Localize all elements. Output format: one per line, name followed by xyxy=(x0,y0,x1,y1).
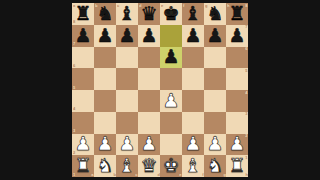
black-pawn[interactable]: ♟ xyxy=(162,47,179,66)
square-c8[interactable]: ♝c xyxy=(116,3,138,25)
square-c7[interactable]: ♟ xyxy=(116,25,138,47)
square-d7[interactable]: ♟ xyxy=(138,25,160,47)
white-pawn[interactable]: ♟ xyxy=(74,134,91,153)
black-queen[interactable]: ♛ xyxy=(140,4,157,23)
square-h6[interactable]: 6 xyxy=(226,47,248,69)
black-pawn[interactable]: ♟ xyxy=(206,26,223,45)
black-knight[interactable]: ♞ xyxy=(96,4,113,23)
square-d4[interactable] xyxy=(138,90,160,112)
white-rook[interactable]: ♜ xyxy=(228,156,245,175)
square-e2[interactable] xyxy=(160,134,182,156)
square-a3[interactable]: 3 xyxy=(72,112,94,134)
letterbox-background: ♜8a♞b♝c♛d♚e♝f♞g♜8h♟7♟♟♟♟♟♟76♟6554♟433♟2♟… xyxy=(0,0,320,180)
black-pawn[interactable]: ♟ xyxy=(228,26,245,45)
square-b4[interactable] xyxy=(94,90,116,112)
square-a5[interactable]: 5 xyxy=(72,68,94,90)
square-e4[interactable]: ♟ xyxy=(160,90,182,112)
coord-rank-right-5: 5 xyxy=(245,69,247,73)
white-pawn[interactable]: ♟ xyxy=(184,134,201,153)
square-b3[interactable] xyxy=(94,112,116,134)
black-bishop[interactable]: ♝ xyxy=(184,4,201,23)
coord-rank-right-7: 7 xyxy=(245,25,247,29)
white-pawn[interactable]: ♟ xyxy=(96,134,113,153)
square-e3[interactable] xyxy=(160,112,182,134)
black-pawn[interactable]: ♟ xyxy=(184,26,201,45)
square-f3[interactable] xyxy=(182,112,204,134)
square-f4[interactable] xyxy=(182,90,204,112)
square-c5[interactable] xyxy=(116,68,138,90)
square-c2[interactable]: ♟ xyxy=(116,134,138,156)
coord-rank-left-5: 5 xyxy=(73,86,75,90)
square-g4[interactable] xyxy=(204,90,226,112)
coord-rank-right-3: 3 xyxy=(245,112,247,116)
coord-rank-left-4: 4 xyxy=(73,107,75,111)
square-d2[interactable]: ♟ xyxy=(138,134,160,156)
coord-rank-right-6: 6 xyxy=(245,47,247,51)
square-g3[interactable] xyxy=(204,112,226,134)
black-rook[interactable]: ♜ xyxy=(228,4,245,23)
black-pawn[interactable]: ♟ xyxy=(74,26,91,45)
square-g5[interactable] xyxy=(204,68,226,90)
black-bishop[interactable]: ♝ xyxy=(118,4,135,23)
square-f7[interactable]: ♟ xyxy=(182,25,204,47)
black-pawn[interactable]: ♟ xyxy=(118,26,135,45)
square-h4[interactable]: 4 xyxy=(226,90,248,112)
coord-rank-right-4: 4 xyxy=(245,91,247,95)
square-e5[interactable] xyxy=(160,68,182,90)
black-rook[interactable]: ♜ xyxy=(74,4,91,23)
white-pawn[interactable]: ♟ xyxy=(228,134,245,153)
square-b8[interactable]: ♞b xyxy=(94,3,116,25)
square-c6[interactable] xyxy=(116,47,138,69)
square-e1[interactable]: ♚e xyxy=(160,155,182,177)
square-c3[interactable] xyxy=(116,112,138,134)
square-a8[interactable]: ♜8a xyxy=(72,3,94,25)
white-king[interactable]: ♚ xyxy=(162,156,179,175)
white-bishop[interactable]: ♝ xyxy=(184,156,201,175)
square-b5[interactable] xyxy=(94,68,116,90)
square-a2[interactable]: ♟2 xyxy=(72,134,94,156)
black-king[interactable]: ♚ xyxy=(162,4,179,23)
square-a1[interactable]: ♜1a xyxy=(72,155,94,177)
square-d1[interactable]: ♛d xyxy=(138,155,160,177)
square-d3[interactable] xyxy=(138,112,160,134)
square-a6[interactable]: 6 xyxy=(72,47,94,69)
square-h1[interactable]: ♜1h xyxy=(226,155,248,177)
coord-rank-right-8: 8 xyxy=(245,4,247,8)
square-b1[interactable]: ♞b xyxy=(94,155,116,177)
coord-rank-right-1: 1 xyxy=(245,156,247,160)
chess-board: ♜8a♞b♝c♛d♚e♝f♞g♜8h♟7♟♟♟♟♟♟76♟6554♟433♟2♟… xyxy=(72,3,248,177)
square-g1[interactable]: ♞g xyxy=(204,155,226,177)
white-pawn[interactable]: ♟ xyxy=(118,134,135,153)
square-g6[interactable] xyxy=(204,47,226,69)
square-e8[interactable]: ♚e xyxy=(160,3,182,25)
square-g7[interactable]: ♟ xyxy=(204,25,226,47)
square-e7[interactable] xyxy=(160,25,182,47)
white-bishop[interactable]: ♝ xyxy=(118,156,135,175)
white-rook[interactable]: ♜ xyxy=(74,156,91,175)
square-f1[interactable]: ♝f xyxy=(182,155,204,177)
square-h3[interactable]: 3 xyxy=(226,112,248,134)
square-a7[interactable]: ♟7 xyxy=(72,25,94,47)
square-f8[interactable]: ♝f xyxy=(182,3,204,25)
white-pawn[interactable]: ♟ xyxy=(140,134,157,153)
square-c4[interactable] xyxy=(116,90,138,112)
square-b2[interactable]: ♟ xyxy=(94,134,116,156)
square-f5[interactable] xyxy=(182,68,204,90)
coord-rank-left-6: 6 xyxy=(73,64,75,68)
black-pawn[interactable]: ♟ xyxy=(96,26,113,45)
square-b6[interactable] xyxy=(94,47,116,69)
square-g8[interactable]: ♞g xyxy=(204,3,226,25)
square-g2[interactable]: ♟ xyxy=(204,134,226,156)
white-pawn[interactable]: ♟ xyxy=(162,91,179,110)
white-knight[interactable]: ♞ xyxy=(206,156,223,175)
square-e6[interactable]: ♟ xyxy=(160,47,182,69)
white-queen[interactable]: ♛ xyxy=(140,156,157,175)
square-d8[interactable]: ♛d xyxy=(138,3,160,25)
black-pawn[interactable]: ♟ xyxy=(140,26,157,45)
square-c1[interactable]: ♝c xyxy=(116,155,138,177)
black-knight[interactable]: ♞ xyxy=(206,4,223,23)
square-f2[interactable]: ♟ xyxy=(182,134,204,156)
square-h7[interactable]: ♟7 xyxy=(226,25,248,47)
square-d5[interactable] xyxy=(138,68,160,90)
square-h5[interactable]: 5 xyxy=(226,68,248,90)
white-pawn[interactable]: ♟ xyxy=(206,134,223,153)
square-b7[interactable]: ♟ xyxy=(94,25,116,47)
square-f6[interactable] xyxy=(182,47,204,69)
square-d6[interactable] xyxy=(138,47,160,69)
square-h8[interactable]: ♜8h xyxy=(226,3,248,25)
square-h2[interactable]: ♟2 xyxy=(226,134,248,156)
square-a4[interactable]: 4 xyxy=(72,90,94,112)
white-knight[interactable]: ♞ xyxy=(96,156,113,175)
